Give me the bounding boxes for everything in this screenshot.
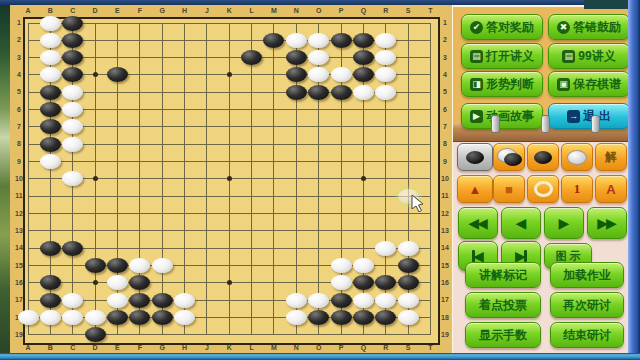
row-label: 4 xyxy=(438,70,452,80)
button-label: 打开讲义 xyxy=(486,48,534,65)
black-stone xyxy=(286,85,307,100)
white-stone xyxy=(40,33,61,48)
mark-square-button[interactable]: ■ xyxy=(493,175,525,203)
column-label: C xyxy=(65,343,81,353)
go-board[interactable]: AABBCCDDEEFFGGHHJJKKLLMMNNOOPPQQRRSSTT11… xyxy=(10,5,453,353)
black-stone xyxy=(85,258,106,273)
white-stone xyxy=(40,310,61,325)
mark-letter-button[interactable]: A xyxy=(595,175,627,203)
white-stone xyxy=(398,241,419,256)
column-label: R xyxy=(378,343,394,353)
white-stone xyxy=(40,50,61,65)
column-label: O xyxy=(311,6,327,16)
row-label: 16 xyxy=(12,278,26,288)
black-stone xyxy=(331,293,352,308)
black-stone xyxy=(62,16,83,31)
black-stone-icon xyxy=(534,151,552,164)
row-label: 19 xyxy=(12,330,26,340)
black-stone xyxy=(62,33,83,48)
column-label: T xyxy=(422,343,438,353)
column-label: T xyxy=(422,6,438,16)
column-label: J xyxy=(199,6,215,16)
column-label: H xyxy=(177,343,193,353)
column-label: S xyxy=(400,343,416,353)
column-label: E xyxy=(109,343,125,353)
column-label: G xyxy=(154,6,170,16)
row-label: 12 xyxy=(438,209,452,219)
column-label: L xyxy=(244,343,260,353)
black-stone xyxy=(331,85,352,100)
tool-black-stone[interactable] xyxy=(527,143,559,171)
shelf-post xyxy=(591,115,600,133)
tool-white-stone[interactable] xyxy=(561,143,593,171)
step-back-icon: ◀ xyxy=(517,215,526,231)
row-label: 1 xyxy=(438,18,452,28)
black-stone xyxy=(129,293,150,308)
row-label: 13 xyxy=(12,226,26,236)
row-label: 11 xyxy=(438,191,452,201)
column-label: D xyxy=(87,6,103,16)
circle-mark-icon xyxy=(534,181,553,197)
reward-correct-button[interactable]: ✔答对奖励 xyxy=(461,14,543,40)
step-forward-icon: ▶ xyxy=(560,215,569,231)
white-stone xyxy=(286,33,307,48)
row-label: 19 xyxy=(438,330,452,340)
mark-letter-icon: A xyxy=(606,182,615,197)
tool-alternate[interactable] xyxy=(493,143,525,171)
white-stone xyxy=(107,293,128,308)
column-label: N xyxy=(288,6,304,16)
explain-mark-button[interactable]: 讲解标记 xyxy=(465,262,541,288)
mark-number-button[interactable]: 1 xyxy=(561,175,593,203)
control-panel: ✔答对奖励✖答错鼓励▤打开讲义▤99讲义◨形势判断▣保存棋谱▶动画故事→退 出 … xyxy=(452,5,629,355)
discuss-again-button[interactable]: 再次研讨 xyxy=(550,292,624,318)
white-stone xyxy=(174,293,195,308)
white-stone xyxy=(62,85,83,100)
mark-number-icon: 1 xyxy=(574,181,581,197)
row-label: 17 xyxy=(12,295,26,305)
animation-story-button[interactable]: ▶动画故事 xyxy=(461,103,543,129)
black-stone xyxy=(308,85,329,100)
white-stone xyxy=(40,16,61,31)
column-label: Q xyxy=(355,6,371,16)
black-stone xyxy=(40,241,61,256)
book-icon: ▤ xyxy=(470,50,483,63)
row-label: 15 xyxy=(438,261,452,271)
button-label: 显示手数 xyxy=(479,327,527,344)
white-stone xyxy=(353,85,374,100)
row-label: 15 xyxy=(12,261,26,271)
shelf-post xyxy=(491,115,500,133)
row-label: 9 xyxy=(438,157,452,167)
column-label: G xyxy=(154,343,170,353)
position-judge-button[interactable]: ◨形势判断 xyxy=(461,71,543,97)
column-label: M xyxy=(266,6,282,16)
fast-rewind-icon: ◀◀ xyxy=(469,215,487,231)
button-label: 再次研讨 xyxy=(563,297,611,314)
black-stone xyxy=(40,85,61,100)
mouse-cursor-icon xyxy=(411,194,425,212)
end-discussion-button[interactable]: 结束研讨 xyxy=(550,322,624,348)
row-label: 2 xyxy=(438,35,452,45)
grid-line xyxy=(251,23,252,335)
column-label: K xyxy=(221,6,237,16)
load-homework-button[interactable]: 加载作业 xyxy=(550,262,624,288)
show-move-number-button[interactable]: 显示手数 xyxy=(465,322,541,348)
fast-forward-button[interactable]: ▶▶ xyxy=(587,207,627,239)
row-label: 8 xyxy=(12,139,26,149)
white-stone xyxy=(331,258,352,273)
row-label: 16 xyxy=(438,278,452,288)
black-stone-icon xyxy=(504,153,522,166)
row-label: 17 xyxy=(438,295,452,305)
black-stone-icon xyxy=(466,151,484,164)
row-label: 10 xyxy=(438,174,452,184)
column-label: H xyxy=(177,6,193,16)
button-label: 99讲义 xyxy=(578,48,615,65)
row-label: 5 xyxy=(438,87,452,97)
white-stone xyxy=(40,154,61,169)
window-top-border xyxy=(0,0,640,5)
column-label: L xyxy=(244,6,260,16)
column-label: A xyxy=(20,6,36,16)
column-label: K xyxy=(221,343,237,353)
black-stone xyxy=(286,50,307,65)
row-label: 2 xyxy=(12,35,26,45)
row-label: 3 xyxy=(438,53,452,63)
step-back-button[interactable]: ◀ xyxy=(501,207,541,239)
window-right-border xyxy=(628,0,640,360)
column-label: Q xyxy=(355,343,371,353)
column-label: B xyxy=(42,6,58,16)
cross-circle-icon: ✖ xyxy=(557,21,570,34)
button-label: 答错鼓励 xyxy=(573,19,621,36)
save-icon: ▣ xyxy=(557,78,570,91)
tool-answer[interactable]: 解 xyxy=(595,143,627,171)
exit-button[interactable]: →退 出 xyxy=(548,103,630,129)
exit-icon: → xyxy=(567,110,580,123)
column-label: B xyxy=(42,343,58,353)
open-lecture-button[interactable]: ▤打开讲义 xyxy=(461,43,543,69)
row-label: 14 xyxy=(438,243,452,253)
column-label: E xyxy=(109,6,125,16)
row-label: 8 xyxy=(438,139,452,149)
white-stone xyxy=(375,293,396,308)
white-stone xyxy=(398,310,419,325)
book-icon: ▤ xyxy=(562,50,575,63)
background-nature-strip xyxy=(0,5,10,353)
white-stone xyxy=(62,137,83,152)
black-stone xyxy=(40,137,61,152)
row-label: 14 xyxy=(12,243,26,253)
step-forward-button[interactable]: ▶ xyxy=(544,207,584,239)
fast-forward-icon: ▶▶ xyxy=(598,215,616,231)
answer-label: 解 xyxy=(605,149,617,166)
column-label: M xyxy=(266,343,282,353)
check-circle-icon: ✔ xyxy=(470,21,483,34)
white-stone xyxy=(375,33,396,48)
white-stone xyxy=(18,310,39,325)
white-stone xyxy=(353,258,374,273)
row-label: 7 xyxy=(438,122,452,132)
button-label: 讲解标记 xyxy=(479,267,527,284)
lecture-99-button[interactable]: ▤99讲义 xyxy=(548,43,630,69)
fast-rewind-button[interactable]: ◀◀ xyxy=(458,207,498,239)
shelf-post xyxy=(541,115,550,133)
white-stone xyxy=(286,293,307,308)
white-stone xyxy=(85,310,106,325)
row-label: 13 xyxy=(438,226,452,236)
white-stone xyxy=(398,293,419,308)
black-stone xyxy=(353,33,374,48)
mark-triangle-button[interactable]: ▲ xyxy=(457,175,493,203)
story-icon: ▶ xyxy=(470,110,483,123)
column-label: N xyxy=(288,343,304,353)
column-label: R xyxy=(378,6,394,16)
grid-line xyxy=(28,213,430,214)
row-label: 12 xyxy=(12,209,26,219)
column-label: S xyxy=(400,6,416,16)
row-label: 18 xyxy=(438,313,452,323)
mark-triangle-icon: ▲ xyxy=(469,182,482,197)
button-label: 答对奖励 xyxy=(486,19,534,36)
black-stone xyxy=(331,33,352,48)
column-label: A xyxy=(20,343,36,353)
column-label: P xyxy=(333,343,349,353)
row-label: 10 xyxy=(12,174,26,184)
button-label: 加载作业 xyxy=(563,267,611,284)
white-stone xyxy=(353,293,374,308)
button-label: 保存棋谱 xyxy=(573,76,621,93)
white-stone xyxy=(308,293,329,308)
white-stone xyxy=(308,33,329,48)
black-stone xyxy=(40,102,61,117)
button-label: 着点投票 xyxy=(479,297,527,314)
column-label: J xyxy=(199,343,215,353)
window-bottom-border xyxy=(0,353,640,360)
row-label: 9 xyxy=(12,157,26,167)
grid-line xyxy=(430,23,431,335)
black-stone xyxy=(152,293,173,308)
move-vote-button[interactable]: 着点投票 xyxy=(465,292,541,318)
judge-icon: ◨ xyxy=(470,78,483,91)
white-stone-icon xyxy=(567,150,587,165)
grid-line xyxy=(28,196,430,197)
black-stone xyxy=(40,293,61,308)
grid-line xyxy=(28,230,430,231)
row-label: 6 xyxy=(438,105,452,115)
black-stone xyxy=(331,310,352,325)
row-label: 4 xyxy=(12,70,26,80)
encourage-wrong-button[interactable]: ✖答错鼓励 xyxy=(548,14,630,40)
row-label: 7 xyxy=(12,122,26,132)
grid-line xyxy=(28,248,430,249)
row-label: 11 xyxy=(12,191,26,201)
column-label: F xyxy=(132,343,148,353)
go-classroom-window: AABBCCDDEEFFGGHHJJKKLLMMNNOOPPQQRRSSTT11… xyxy=(0,0,640,360)
column-label: C xyxy=(65,6,81,16)
button-label: 形势判断 xyxy=(486,76,534,93)
white-stone xyxy=(375,241,396,256)
black-stone xyxy=(152,310,173,325)
row-label: 1 xyxy=(12,18,26,28)
tool-play-black[interactable] xyxy=(457,143,493,171)
white-stone xyxy=(375,85,396,100)
column-label: P xyxy=(333,6,349,16)
row-label: 3 xyxy=(12,53,26,63)
black-stone xyxy=(353,50,374,65)
mark-square-icon: ■ xyxy=(505,182,513,197)
column-label: F xyxy=(132,6,148,16)
save-kifu-button[interactable]: ▣保存棋谱 xyxy=(548,71,630,97)
row-label: 5 xyxy=(12,87,26,97)
black-stone xyxy=(353,310,374,325)
button-label: 结束研讨 xyxy=(563,327,611,344)
mark-circle-button[interactable] xyxy=(527,175,559,203)
black-stone xyxy=(398,258,419,273)
white-stone xyxy=(62,293,83,308)
white-stone xyxy=(286,310,307,325)
grid-line xyxy=(273,23,274,335)
white-stone xyxy=(152,258,173,273)
row-label: 6 xyxy=(12,105,26,115)
column-label: O xyxy=(311,343,327,353)
column-label: D xyxy=(87,343,103,353)
black-stone xyxy=(62,241,83,256)
